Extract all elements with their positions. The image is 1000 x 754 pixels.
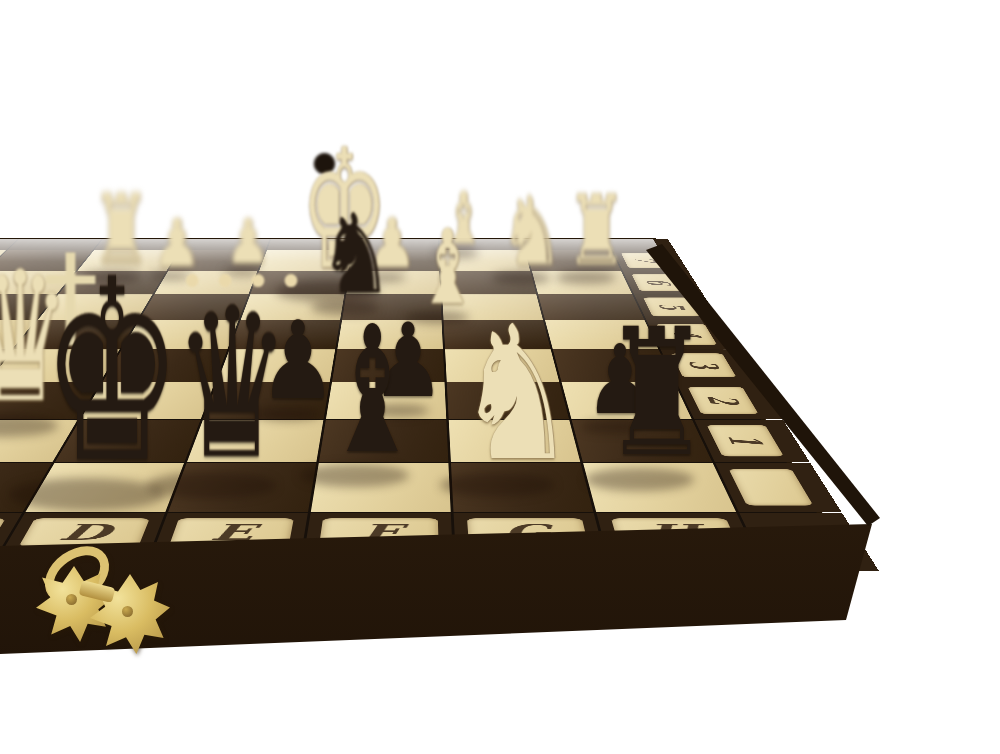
file-label-f: F: [359, 520, 400, 546]
frame-file-label-cell: H: [597, 513, 765, 571]
piece-white-knight-g6[interactable]: ♞: [495, 184, 566, 279]
clasp-stud: [66, 594, 77, 605]
file-inlay: E: [169, 518, 294, 547]
rank-label-7: 7: [627, 258, 664, 263]
piece-black-king-d1[interactable]: ♚: [34, 246, 190, 498]
frame-rank-label-cell: [715, 463, 841, 512]
frame-file-label-cell: F: [301, 513, 453, 571]
rank-inlay: 6: [631, 274, 684, 291]
file-inlay: F: [319, 518, 439, 547]
piece-black-rook-h1[interactable]: ♜: [597, 306, 717, 482]
file-inlay: D: [19, 518, 150, 547]
file-label-e: E: [207, 520, 256, 546]
brass-clasp[interactable]: [36, 550, 186, 660]
rank-label-1: 1: [717, 435, 771, 445]
frame-file-label-cell: G: [454, 513, 609, 571]
file-label-g: G: [501, 520, 553, 546]
file-inlay: G: [467, 518, 589, 547]
file-inlay: C: [0, 518, 6, 547]
file-label-d: D: [55, 520, 116, 546]
file-inlay: H: [611, 518, 739, 547]
rank-inlay: 1: [707, 425, 784, 457]
piece-white-knight-g1[interactable]: ♞: [449, 302, 582, 487]
piece-black-bishop-f1[interactable]: ♝: [318, 303, 427, 478]
file-label-h: H: [643, 520, 705, 546]
piece-white-rook-h6[interactable]: ♜: [562, 182, 630, 279]
rank-inlay: [729, 469, 814, 506]
rank-label-6: 6: [638, 280, 677, 285]
product-photo-stage: 7654321ABCDEFGH ♚♛♝♜♟♟♟♞♛♞♚♟♟♟♜♜♞♝♝●†•••…: [0, 0, 1000, 754]
clasp-stud: [122, 606, 133, 617]
